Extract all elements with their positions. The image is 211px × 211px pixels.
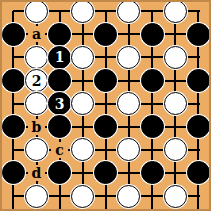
point-label-b: b xyxy=(28,119,45,135)
stone-black-move-1-r3c3: 1 xyxy=(48,46,71,69)
stone-white-r7c4 xyxy=(71,138,94,161)
stone-white-r5c6 xyxy=(117,92,140,115)
stone-black-r6c3 xyxy=(48,115,71,138)
go-board: a123bcd xyxy=(0,0,211,211)
stone-white-r9c8 xyxy=(164,185,187,208)
stone-black-r2c7 xyxy=(141,23,164,46)
stone-white-r1c2 xyxy=(25,0,48,23)
stone-white-r5c8 xyxy=(164,92,187,115)
stone-black-r4c3 xyxy=(48,69,71,92)
stone-white-r3c6 xyxy=(117,46,140,69)
stone-black-r4c1 xyxy=(2,69,25,92)
stone-black-r8c9 xyxy=(187,161,210,184)
stone-black-r6c1 xyxy=(2,115,25,138)
stone-white-r3c8 xyxy=(164,46,187,69)
stone-black-r4c9 xyxy=(187,69,210,92)
stone-white-r7c2 xyxy=(25,138,48,161)
point-label-a: a xyxy=(28,26,45,42)
stone-white-r5c2 xyxy=(25,92,48,115)
move-number-2: 2 xyxy=(32,74,42,88)
stone-black-r8c1 xyxy=(2,161,25,184)
go-diagram: a123bcd xyxy=(0,0,211,211)
stone-white-r9c2 xyxy=(25,185,48,208)
stone-white-r1c6 xyxy=(117,0,140,23)
stone-white-r1c4 xyxy=(71,0,94,23)
stone-black-r6c7 xyxy=(141,115,164,138)
stone-white-r3c4 xyxy=(71,46,94,69)
stone-white-r7c6 xyxy=(117,138,140,161)
stone-white-r7c8 xyxy=(164,138,187,161)
stone-black-r8c7 xyxy=(141,161,164,184)
stone-black-r2c1 xyxy=(2,23,25,46)
stone-white-move-2-r4c2: 2 xyxy=(25,69,48,92)
point-label-d: d xyxy=(28,165,45,181)
stone-black-r2c5 xyxy=(94,23,117,46)
stone-black-r6c9 xyxy=(187,115,210,138)
point-label-c: c xyxy=(51,142,68,158)
move-number-3: 3 xyxy=(55,97,65,111)
stone-white-r3c2 xyxy=(25,46,48,69)
stone-black-r8c3 xyxy=(48,161,71,184)
stone-black-r6c5 xyxy=(94,115,117,138)
stone-black-r4c7 xyxy=(141,69,164,92)
stone-black-r8c5 xyxy=(94,161,117,184)
stone-white-r5c4 xyxy=(71,92,94,115)
stone-white-r1c8 xyxy=(164,0,187,23)
stone-black-move-3-r5c3: 3 xyxy=(48,92,71,115)
stone-black-r2c9 xyxy=(187,23,210,46)
stone-white-r9c6 xyxy=(117,185,140,208)
stone-white-r9c4 xyxy=(71,185,94,208)
move-number-1: 1 xyxy=(55,50,65,64)
stone-black-r2c3 xyxy=(48,23,71,46)
stone-black-r4c5 xyxy=(94,69,117,92)
